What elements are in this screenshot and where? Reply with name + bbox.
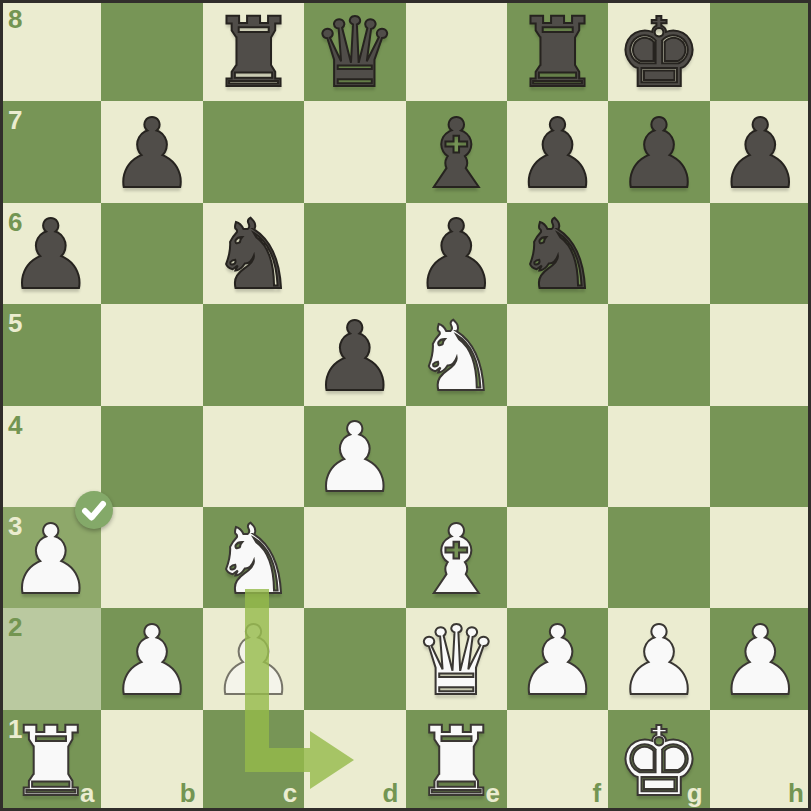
square-b2[interactable]: ♟ (101, 608, 202, 709)
square-a1[interactable]: 1a♜ (0, 710, 101, 811)
white-queen[interactable]: ♛ (413, 613, 499, 709)
square-f7[interactable]: ♟ (507, 101, 608, 202)
file-label-h: h (788, 780, 804, 806)
white-pawn[interactable]: ♟ (109, 613, 195, 709)
square-f4[interactable] (507, 406, 608, 507)
rank-label-4: 4 (8, 412, 22, 438)
white-pawn[interactable]: ♟ (515, 613, 601, 709)
black-pawn[interactable]: ♟ (616, 106, 702, 202)
checkmark-icon (75, 491, 113, 529)
square-d5[interactable]: ♟ (304, 304, 405, 405)
black-king[interactable]: ♚ (616, 5, 702, 101)
square-a5[interactable]: 5 (0, 304, 101, 405)
square-d7[interactable] (304, 101, 405, 202)
black-bishop[interactable]: ♝ (413, 106, 499, 202)
square-d1[interactable]: d (304, 710, 405, 811)
square-h7[interactable]: ♟ (710, 101, 811, 202)
white-king[interactable]: ♚ (616, 714, 702, 810)
square-f8[interactable]: ♜ (507, 0, 608, 101)
black-knight[interactable]: ♞ (210, 207, 296, 303)
square-f6[interactable]: ♞ (507, 203, 608, 304)
square-a6[interactable]: 6♟ (0, 203, 101, 304)
square-f2[interactable]: ♟ (507, 608, 608, 709)
square-c3[interactable]: ♞ (203, 507, 304, 608)
square-e2[interactable]: ♛ (406, 608, 507, 709)
square-c8[interactable]: ♜ (203, 0, 304, 101)
black-rook[interactable]: ♜ (515, 5, 601, 101)
white-pawn[interactable]: ♟ (210, 613, 296, 709)
square-h5[interactable] (710, 304, 811, 405)
square-b6[interactable] (101, 203, 202, 304)
black-pawn[interactable]: ♟ (109, 106, 195, 202)
square-e5[interactable]: ♞ (406, 304, 507, 405)
square-h2[interactable]: ♟ (710, 608, 811, 709)
square-c4[interactable] (203, 406, 304, 507)
rank-label-7: 7 (8, 107, 22, 133)
square-d8[interactable]: ♛ (304, 0, 405, 101)
square-c2[interactable]: ♟ (203, 608, 304, 709)
white-bishop[interactable]: ♝ (413, 512, 499, 608)
square-h3[interactable] (710, 507, 811, 608)
square-d4[interactable]: ♟ (304, 406, 405, 507)
square-h8[interactable] (710, 0, 811, 101)
rank-label-2: 2 (8, 614, 22, 640)
square-g5[interactable] (608, 304, 709, 405)
square-b1[interactable]: b (101, 710, 202, 811)
square-a7[interactable]: 7 (0, 101, 101, 202)
white-pawn[interactable]: ♟ (312, 410, 398, 506)
square-h4[interactable] (710, 406, 811, 507)
square-g4[interactable] (608, 406, 709, 507)
file-label-b: b (180, 780, 196, 806)
correct-move-badge (75, 491, 113, 529)
square-b3[interactable] (101, 507, 202, 608)
square-e8[interactable] (406, 0, 507, 101)
square-g2[interactable]: ♟ (608, 608, 709, 709)
square-e3[interactable]: ♝ (406, 507, 507, 608)
black-knight[interactable]: ♞ (515, 207, 601, 303)
square-h6[interactable] (710, 203, 811, 304)
square-b8[interactable] (101, 0, 202, 101)
rank-label-5: 5 (8, 310, 22, 336)
black-rook[interactable]: ♜ (210, 5, 296, 101)
square-c5[interactable] (203, 304, 304, 405)
file-label-d: d (383, 780, 399, 806)
square-a8[interactable]: 8 (0, 0, 101, 101)
square-g6[interactable] (608, 203, 709, 304)
black-pawn[interactable]: ♟ (312, 309, 398, 405)
rank-label-8: 8 (8, 6, 22, 32)
file-label-f: f (593, 780, 602, 806)
square-f3[interactable] (507, 507, 608, 608)
square-a2[interactable]: 2 (0, 608, 101, 709)
chess-board: 8♜♛♜♚7♟♝♟♟♟6♟♞♟♞5♟♞4♟3♟♞♝2♟♟♛♟♟♟1a♜bcde♜… (0, 0, 811, 811)
white-knight[interactable]: ♞ (413, 309, 499, 405)
square-b7[interactable]: ♟ (101, 101, 202, 202)
square-b4[interactable] (101, 406, 202, 507)
file-label-c: c (283, 780, 297, 806)
square-d6[interactable] (304, 203, 405, 304)
square-g7[interactable]: ♟ (608, 101, 709, 202)
square-e7[interactable]: ♝ (406, 101, 507, 202)
white-pawn[interactable]: ♟ (717, 613, 803, 709)
white-rook[interactable]: ♜ (8, 714, 94, 810)
white-knight[interactable]: ♞ (210, 512, 296, 608)
square-f5[interactable] (507, 304, 608, 405)
square-g3[interactable] (608, 507, 709, 608)
square-d2[interactable] (304, 608, 405, 709)
square-g1[interactable]: g♚ (608, 710, 709, 811)
square-c6[interactable]: ♞ (203, 203, 304, 304)
square-h1[interactable]: h (710, 710, 811, 811)
white-pawn[interactable]: ♟ (616, 613, 702, 709)
square-c7[interactable] (203, 101, 304, 202)
square-e4[interactable] (406, 406, 507, 507)
square-d3[interactable] (304, 507, 405, 608)
black-pawn[interactable]: ♟ (515, 106, 601, 202)
square-c1[interactable]: c (203, 710, 304, 811)
square-e1[interactable]: e♜ (406, 710, 507, 811)
black-pawn[interactable]: ♟ (413, 207, 499, 303)
black-pawn[interactable]: ♟ (8, 207, 94, 303)
black-pawn[interactable]: ♟ (717, 106, 803, 202)
black-queen[interactable]: ♛ (312, 5, 398, 101)
white-rook[interactable]: ♜ (413, 714, 499, 810)
square-f1[interactable]: f (507, 710, 608, 811)
square-e6[interactable]: ♟ (406, 203, 507, 304)
square-g8[interactable]: ♚ (608, 0, 709, 101)
square-b5[interactable] (101, 304, 202, 405)
